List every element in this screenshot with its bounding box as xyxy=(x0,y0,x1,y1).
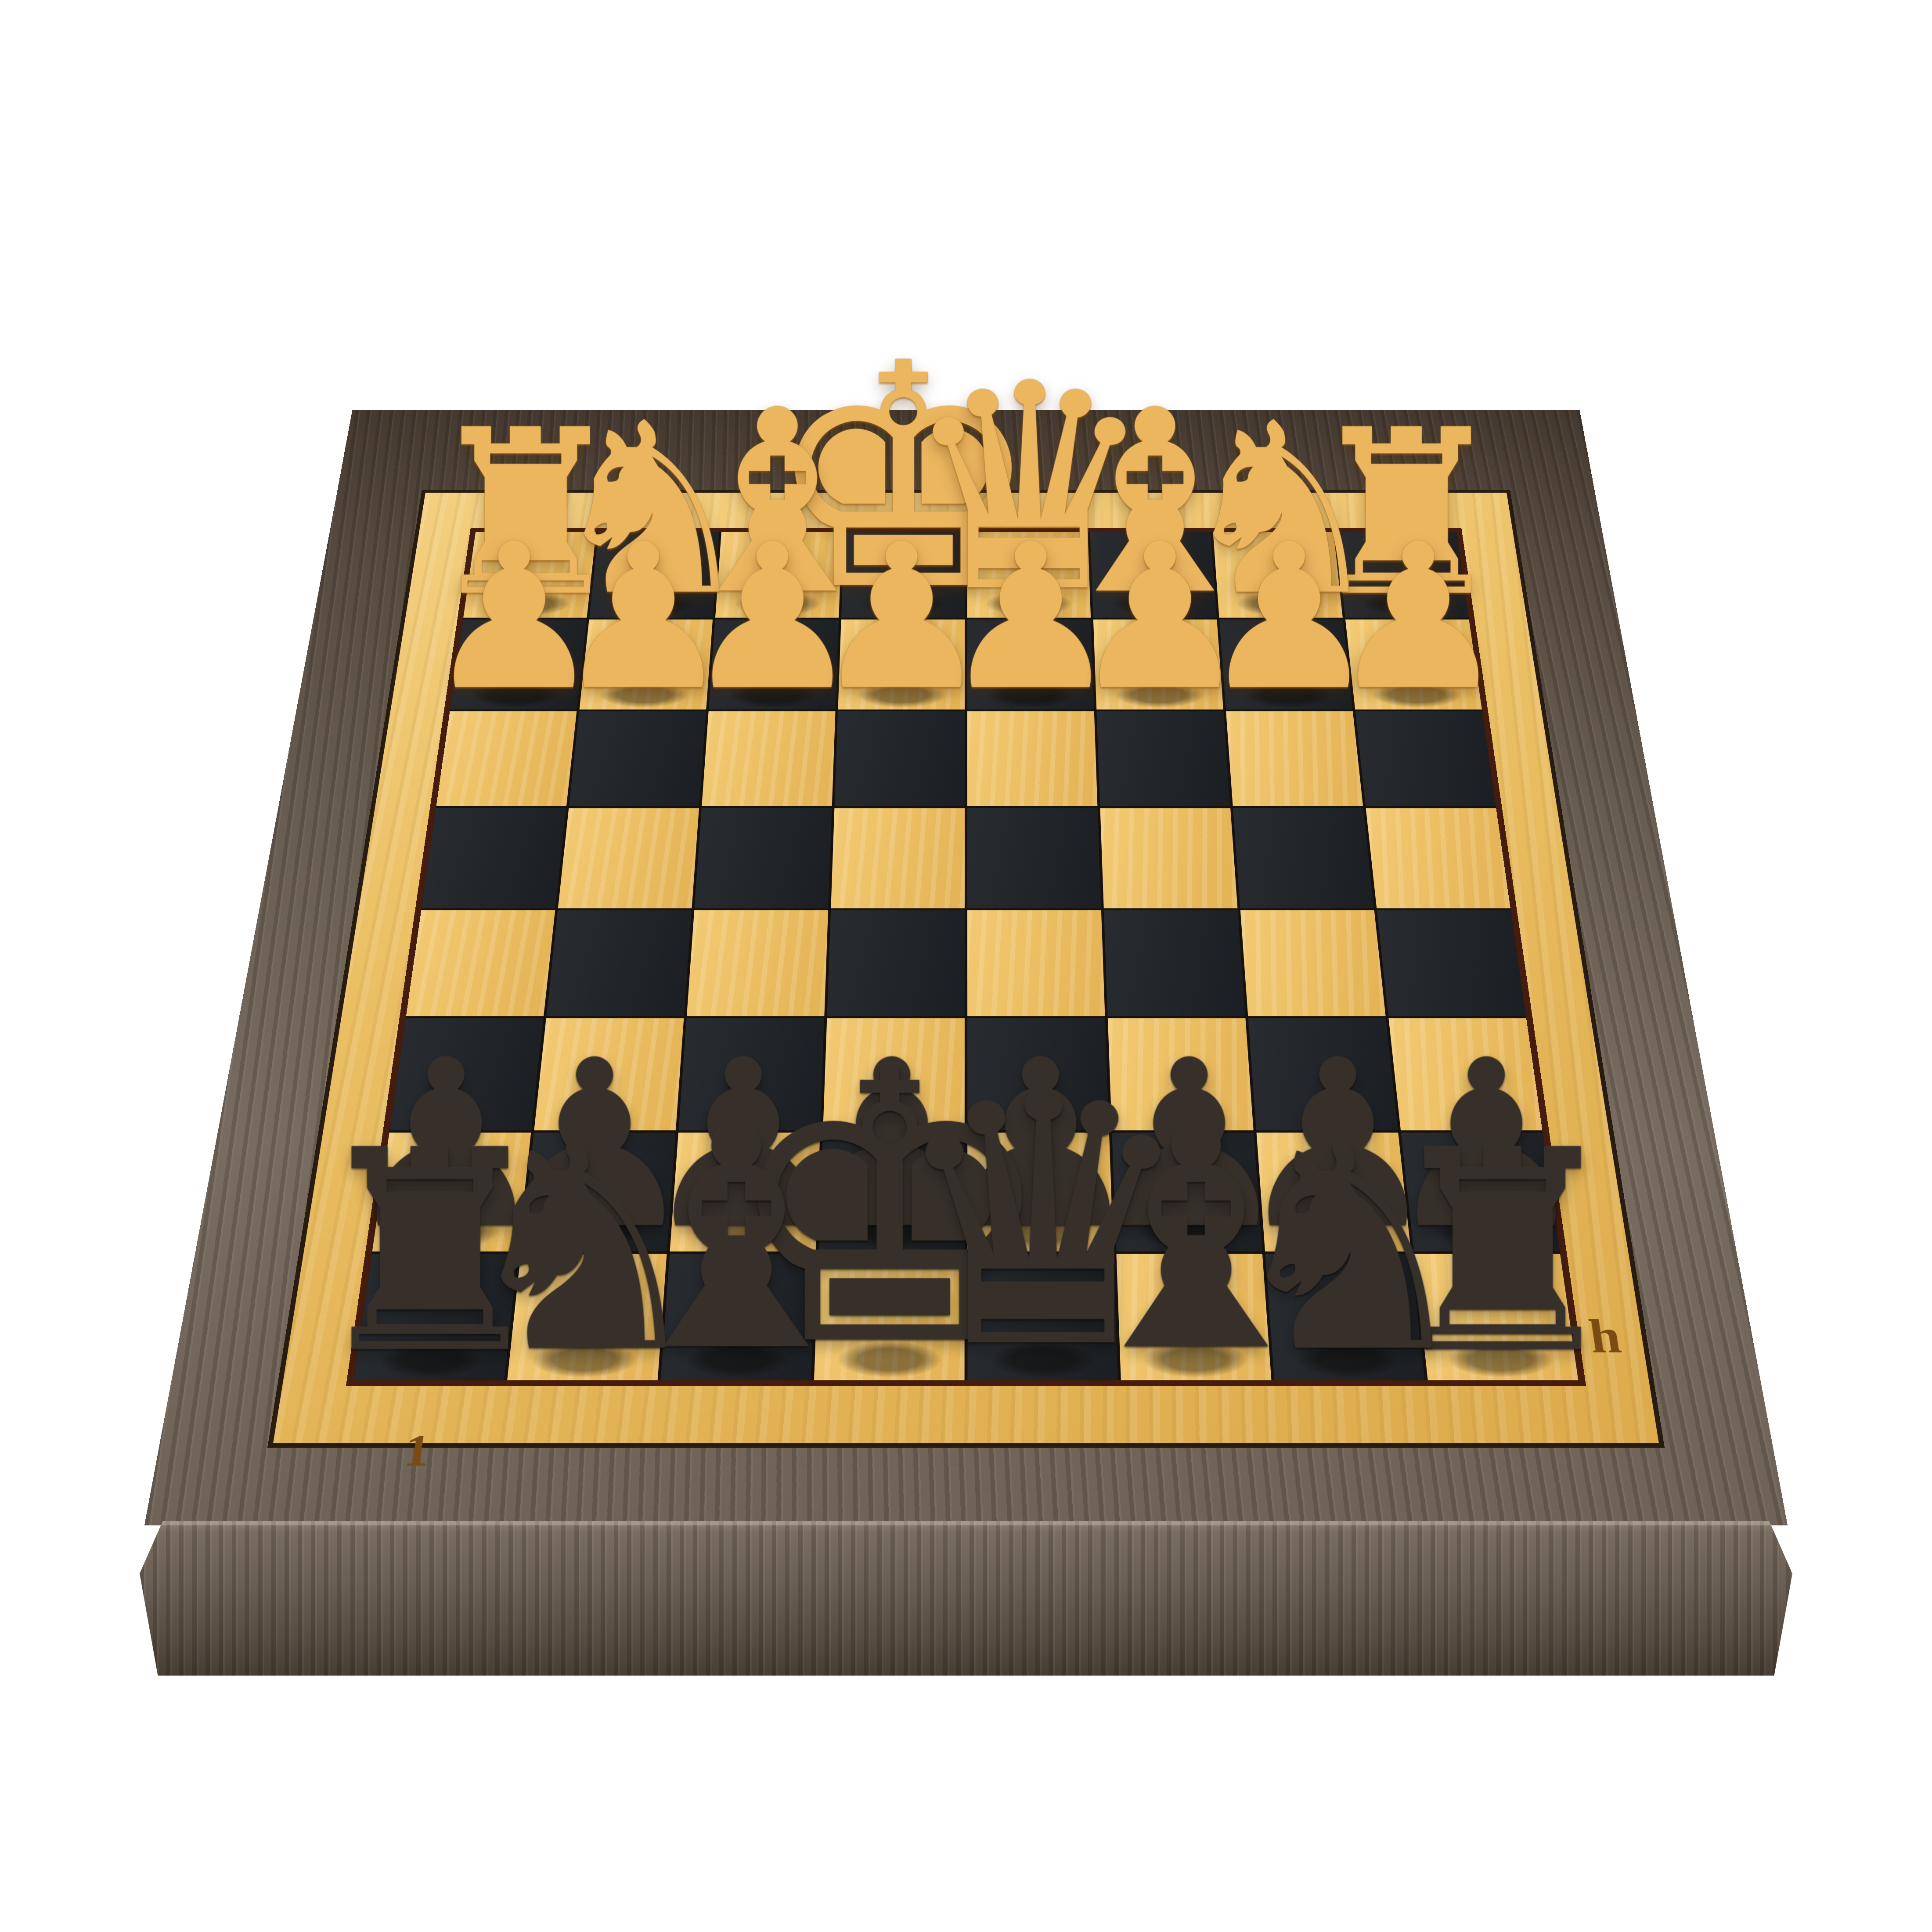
chess-set-photo: 87654321 abcdefgh ♜♞♝♚♛♝♞♜♟♟♟♟♟♟♟♟♟♟♟♟♟♟… xyxy=(0,0,1932,1932)
square-f1[interactable]: ♝ xyxy=(1116,1254,1271,1380)
square-h4[interactable] xyxy=(1377,910,1526,1016)
square-b5[interactable] xyxy=(558,808,699,908)
square-f5[interactable] xyxy=(1100,808,1237,908)
square-c1[interactable]: ♝ xyxy=(661,1254,816,1380)
square-b4[interactable] xyxy=(546,910,692,1016)
rank-label-1: 1 xyxy=(401,1424,433,1476)
square-d6[interactable] xyxy=(835,711,965,806)
square-a6[interactable] xyxy=(436,711,577,806)
playing-area: ♜♞♝♚♛♝♞♜♟♟♟♟♟♟♟♟♟♟♟♟♟♟♟♟♜♞♝♚♛♝♞♜ xyxy=(346,528,1586,1386)
square-b6[interactable] xyxy=(569,711,706,806)
square-g4[interactable] xyxy=(1240,910,1386,1016)
square-f4[interactable] xyxy=(1104,910,1245,1016)
board-front-bevel xyxy=(140,1521,1792,1676)
board-frame: 87654321 abcdefgh ♜♞♝♚♛♝♞♜♟♟♟♟♟♟♟♟♟♟♟♟♟♟… xyxy=(144,410,1788,1525)
board-border: 87654321 abcdefgh ♜♞♝♚♛♝♞♜♟♟♟♟♟♟♟♟♟♟♟♟♟♟… xyxy=(267,490,1665,1448)
square-e6[interactable] xyxy=(967,711,1098,806)
square-h6[interactable] xyxy=(1355,711,1496,806)
bevel-highlight xyxy=(140,1521,1792,1525)
square-c5[interactable] xyxy=(695,808,832,908)
square-h5[interactable] xyxy=(1366,808,1510,908)
square-a5[interactable] xyxy=(422,808,566,908)
piece-light-pawn-h7[interactable]: ♟ xyxy=(1328,529,1508,706)
square-f6[interactable] xyxy=(1096,711,1230,806)
square-g5[interactable] xyxy=(1233,808,1374,908)
board-grid: ♜♞♝♚♛♝♞♜♟♟♟♟♟♟♟♟♟♟♟♟♟♟♟♟♜♞♝♚♛♝♞♜ xyxy=(354,532,1579,1380)
square-c6[interactable] xyxy=(702,711,835,806)
board-slab: 87654321 abcdefgh ♜♞♝♚♛♝♞♜♟♟♟♟♟♟♟♟♟♟♟♟♟♟… xyxy=(144,410,1788,1525)
piece-dark-bishop-f1[interactable]: ♝ xyxy=(1058,1104,1334,1375)
piece-dark-bishop-c1[interactable]: ♝ xyxy=(598,1104,874,1375)
square-e5[interactable] xyxy=(967,808,1101,908)
square-d5[interactable] xyxy=(831,808,965,908)
square-a4[interactable] xyxy=(406,910,555,1016)
square-h7[interactable]: ♟ xyxy=(1345,620,1482,710)
square-g6[interactable] xyxy=(1226,711,1363,806)
